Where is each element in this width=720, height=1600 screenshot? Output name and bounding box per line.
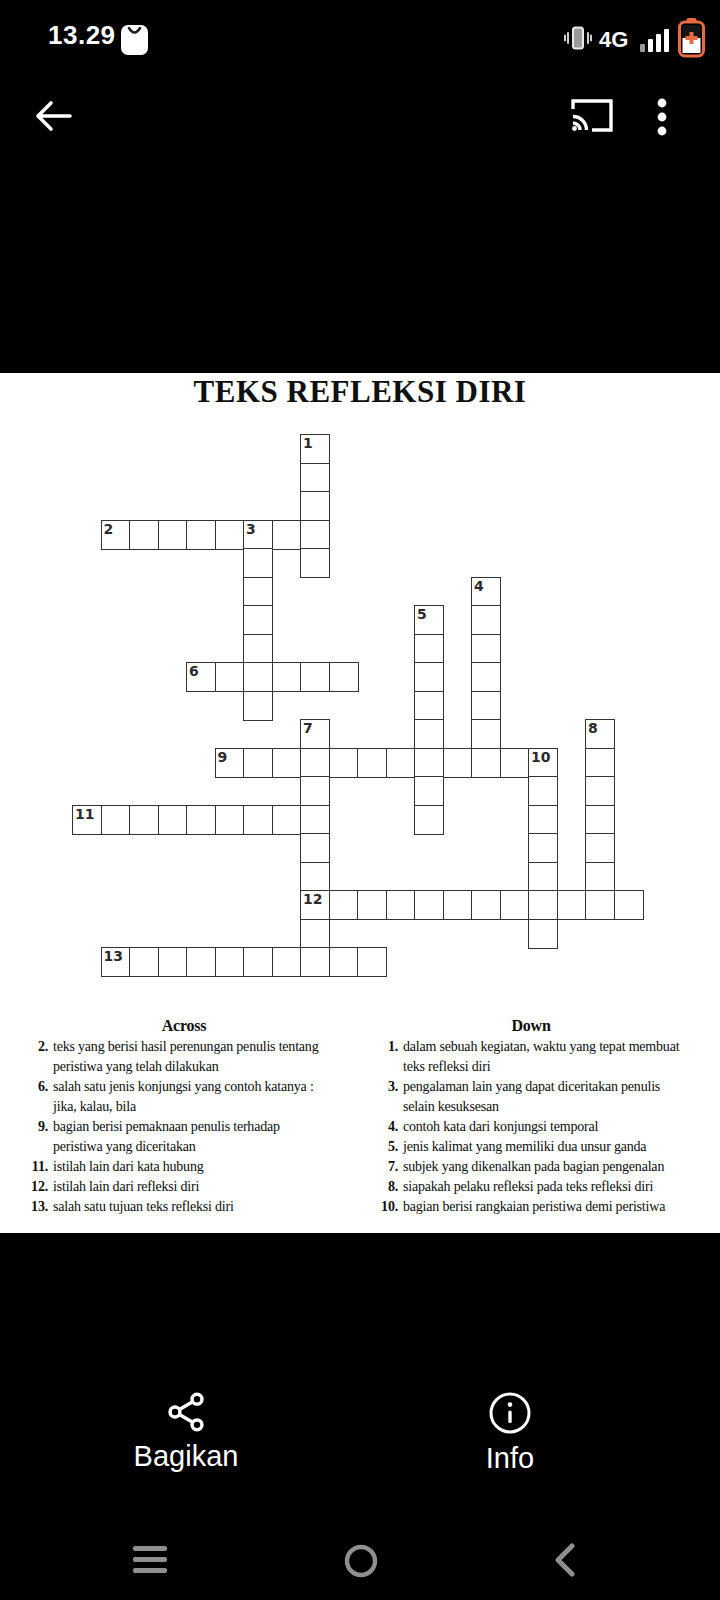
worksheet: TEKS REFLEKSI DIRI 12345678910111213 Acr… — [0, 373, 720, 1233]
grid-cell[interactable] — [272, 947, 302, 977]
clue-number: 2 — [104, 521, 114, 537]
grid-cell[interactable]: 11 — [72, 805, 102, 835]
clue-item-text: pengalaman lain yang dapat diceritakan p… — [403, 1077, 697, 1117]
grid-cell[interactable] — [300, 548, 330, 578]
grid-cell[interactable] — [243, 691, 273, 721]
crossword-grid[interactable]: 12345678910111213 — [72, 434, 650, 982]
clock: 13.29 — [48, 20, 116, 51]
grid-cell[interactable]: 12 — [300, 890, 330, 920]
network-type-label: 4G — [599, 27, 628, 53]
clue-item-text: dalam sebuah kegiatan, waktu yang tepat … — [403, 1037, 697, 1077]
grid-cell[interactable] — [243, 577, 273, 607]
clue-number: 12 — [303, 891, 322, 907]
clue-number: 3 — [246, 521, 256, 537]
grid-cell[interactable] — [243, 548, 273, 578]
grid-cell[interactable] — [585, 862, 615, 892]
grid-cell[interactable] — [585, 805, 615, 835]
share-icon — [164, 1390, 208, 1434]
grid-cell[interactable] — [300, 919, 330, 949]
clue-item-number: 9. — [14, 1117, 53, 1157]
clue-item-number: 12. — [14, 1177, 53, 1197]
grid-cell[interactable] — [528, 890, 558, 920]
info-label: Info — [410, 1442, 610, 1475]
grid-cell[interactable] — [528, 805, 558, 835]
signal-strength-icon — [640, 28, 672, 54]
grid-cell[interactable] — [186, 805, 216, 835]
clue-number: 5 — [417, 606, 427, 622]
grid-cell[interactable] — [272, 748, 302, 778]
clue-item-number: 7. — [365, 1157, 403, 1177]
clue-item-text: bagian berisi pemaknaan penulis terhadap… — [53, 1117, 354, 1157]
grid-cell[interactable] — [357, 748, 387, 778]
back-button[interactable] — [30, 94, 74, 138]
clue-number: 11 — [75, 806, 94, 822]
across-list: 2.teks yang berisi hasil perenungan penu… — [14, 1037, 354, 1217]
down-clues: Down 1.dalam sebuah kegiatan, waktu yang… — [365, 1016, 697, 1217]
share-label: Bagikan — [86, 1440, 286, 1473]
clue-item: 4.contoh kata dari konjungsi temporal — [365, 1117, 697, 1137]
grid-cell[interactable] — [414, 634, 444, 664]
grid-cell[interactable] — [215, 520, 245, 550]
clue-item: 9.bagian berisi pemaknaan penulis terhad… — [14, 1117, 354, 1157]
clue-item-number: 8. — [365, 1177, 403, 1197]
clue-number: 1 — [303, 435, 313, 451]
grid-cell[interactable] — [386, 748, 416, 778]
grid-cell[interactable]: 3 — [243, 520, 273, 550]
grid-cell[interactable] — [158, 947, 188, 977]
grid-cell[interactable]: 7 — [300, 719, 330, 749]
grid-cell[interactable] — [329, 748, 359, 778]
grid-cell[interactable] — [471, 605, 501, 635]
grid-cell[interactable] — [243, 805, 273, 835]
grid-cell[interactable] — [614, 890, 644, 920]
grid-cell[interactable] — [243, 748, 273, 778]
grid-cell[interactable] — [357, 890, 387, 920]
grid-cell[interactable] — [300, 662, 330, 692]
android-nav-bar — [0, 1530, 720, 1594]
overflow-menu-button[interactable] — [646, 94, 678, 140]
screen: 13.29 4G — [0, 0, 720, 1600]
clue-item: 10.bagian berisi rangkaian peristiwa dem… — [365, 1197, 697, 1217]
grid-cell[interactable] — [243, 662, 273, 692]
clue-number: 13 — [104, 948, 123, 964]
clue-item-text: teks yang berisi hasil perenungan penuli… — [53, 1037, 354, 1077]
vibrate-icon — [563, 26, 593, 56]
clue-item-number: 1. — [365, 1037, 403, 1077]
action-bar: Bagikan Info — [0, 1390, 720, 1520]
grid-cell[interactable] — [443, 748, 473, 778]
grid-cell[interactable] — [129, 947, 159, 977]
grid-cell[interactable] — [329, 662, 359, 692]
grid-cell[interactable] — [300, 947, 330, 977]
grid-cell[interactable] — [414, 748, 444, 778]
clue-item-text: bagian berisi rangkaian peristiwa demi p… — [403, 1197, 697, 1217]
clue-item: 1.dalam sebuah kegiatan, waktu yang tepa… — [365, 1037, 697, 1077]
grid-cell[interactable] — [471, 719, 501, 749]
clue-item-number: 2. — [14, 1037, 53, 1077]
clue-item-number: 4. — [365, 1117, 403, 1137]
app-toolbar — [0, 88, 720, 148]
grid-cell[interactable] — [528, 919, 558, 949]
grid-cell[interactable] — [186, 947, 216, 977]
grid-cell[interactable]: 1 — [300, 434, 330, 464]
grid-cell[interactable] — [414, 776, 444, 806]
grid-cell[interactable] — [300, 805, 330, 835]
down-list: 1.dalam sebuah kegiatan, waktu yang tepa… — [365, 1037, 697, 1217]
grid-cell[interactable] — [557, 890, 587, 920]
grid-cell[interactable] — [528, 833, 558, 863]
grid-cell[interactable] — [414, 719, 444, 749]
grid-cell[interactable] — [215, 805, 245, 835]
grid-cell[interactable] — [215, 947, 245, 977]
grid-cell[interactable] — [585, 776, 615, 806]
clue-item: 7.subjek yang dikenalkan pada bagian pen… — [365, 1157, 697, 1177]
grid-cell[interactable] — [243, 634, 273, 664]
nav-back-button[interactable] — [548, 1543, 582, 1581]
grid-cell[interactable] — [500, 890, 530, 920]
clue-item-number: 10. — [365, 1197, 403, 1217]
grid-cell[interactable]: 8 — [585, 719, 615, 749]
grid-cell[interactable] — [300, 463, 330, 493]
grid-cell[interactable]: 9 — [215, 748, 245, 778]
info-button[interactable]: Info — [410, 1390, 610, 1475]
clue-item-number: 3. — [365, 1077, 403, 1117]
grid-cell[interactable] — [129, 805, 159, 835]
grid-cell[interactable] — [272, 805, 302, 835]
shopping-bag-notification-icon — [121, 25, 148, 55]
grid-cell[interactable] — [471, 748, 501, 778]
across-clues: Across 2.teks yang berisi hasil perenung… — [14, 1016, 354, 1217]
grid-cell[interactable] — [300, 748, 330, 778]
clue-item: 13.salah satu tujuan teks refleksi diri — [14, 1197, 354, 1217]
grid-cell[interactable] — [272, 662, 302, 692]
grid-cell[interactable] — [243, 947, 273, 977]
grid-cell[interactable] — [414, 691, 444, 721]
grid-cell[interactable] — [158, 805, 188, 835]
grid-cell[interactable] — [471, 634, 501, 664]
clue-number: 6 — [189, 663, 199, 679]
clue-item-text: siapakah pelaku refleksi pada teks refle… — [403, 1177, 697, 1197]
grid-cell[interactable] — [414, 890, 444, 920]
clue-number: 9 — [218, 749, 228, 765]
grid-cell[interactable] — [357, 947, 387, 977]
clue-item: 5.jenis kalimat yang memiliki dua unsur … — [365, 1137, 697, 1157]
clue-number: 7 — [303, 720, 313, 736]
cast-button[interactable] — [570, 97, 614, 137]
clue-number: 4 — [474, 578, 484, 594]
puzzle-title: TEKS REFLEKSI DIRI — [0, 374, 720, 410]
grid-cell[interactable] — [186, 520, 216, 550]
grid-cell[interactable] — [300, 776, 330, 806]
grid-cell[interactable] — [101, 805, 131, 835]
grid-cell[interactable]: 10 — [528, 748, 558, 778]
clue-item-text: subjek yang dikenalkan pada bagian penge… — [403, 1157, 697, 1177]
clue-item-text: salah satu jenis konjungsi yang contoh k… — [53, 1077, 354, 1117]
grid-cell[interactable] — [272, 520, 302, 550]
clue-item: 3.pengalaman lain yang dapat diceritakan… — [365, 1077, 697, 1117]
grid-cell[interactable] — [471, 662, 501, 692]
status-bar: 13.29 4G — [0, 0, 720, 58]
down-header: Down — [365, 1016, 697, 1036]
grid-cell[interactable] — [500, 748, 530, 778]
grid-cell[interactable] — [386, 890, 416, 920]
grid-cell[interactable]: 4 — [471, 577, 501, 607]
nav-home-button[interactable] — [343, 1543, 379, 1583]
share-button[interactable]: Bagikan — [86, 1390, 286, 1473]
clue-item-text: salah satu tujuan teks refleksi diri — [53, 1197, 354, 1217]
clue-number: 8 — [588, 720, 598, 736]
clue-item-number: 13. — [14, 1197, 53, 1217]
grid-cell[interactable] — [329, 947, 359, 977]
grid-cell[interactable] — [585, 890, 615, 920]
grid-cell[interactable]: 5 — [414, 605, 444, 635]
grid-cell[interactable] — [585, 833, 615, 863]
clue-item-number: 6. — [14, 1077, 53, 1117]
info-icon — [487, 1390, 533, 1436]
grid-cell[interactable] — [414, 805, 444, 835]
grid-cell[interactable] — [471, 890, 501, 920]
grid-cell[interactable]: 13 — [101, 947, 131, 977]
clue-item-text: contoh kata dari konjungsi temporal — [403, 1117, 697, 1137]
clue-item-text: jenis kalimat yang memiliki dua unsur ga… — [403, 1137, 697, 1157]
clue-item-number: 11. — [14, 1157, 53, 1177]
grid-cell[interactable] — [158, 520, 188, 550]
grid-cell[interactable] — [471, 691, 501, 721]
grid-cell[interactable]: 2 — [101, 520, 131, 550]
clue-item-text: istilah lain dari kata hubung — [53, 1157, 354, 1177]
battery-charging-icon — [678, 18, 705, 62]
nav-menu-button[interactable] — [133, 1546, 167, 1574]
grid-cell[interactable] — [129, 520, 159, 550]
grid-cell[interactable] — [528, 862, 558, 892]
grid-cell[interactable] — [443, 890, 473, 920]
clue-number: 10 — [531, 749, 550, 765]
grid-cell[interactable] — [300, 862, 330, 892]
grid-cell[interactable] — [215, 662, 245, 692]
grid-cell[interactable] — [585, 748, 615, 778]
clue-item: 6.salah satu jenis konjungsi yang contoh… — [14, 1077, 354, 1117]
grid-cell[interactable] — [414, 662, 444, 692]
grid-cell[interactable] — [300, 520, 330, 550]
clue-item-number: 5. — [365, 1137, 403, 1157]
clue-item: 12.istilah lain dari refleksi diri — [14, 1177, 354, 1197]
across-header: Across — [14, 1016, 354, 1036]
grid-cell[interactable] — [300, 491, 330, 521]
clue-item: 8.siapakah pelaku refleksi pada teks ref… — [365, 1177, 697, 1197]
clue-item: 11.istilah lain dari kata hubung — [14, 1157, 354, 1177]
grid-cell[interactable] — [300, 833, 330, 863]
grid-cell[interactable] — [528, 776, 558, 806]
clue-item-text: istilah lain dari refleksi diri — [53, 1177, 354, 1197]
grid-cell[interactable] — [243, 605, 273, 635]
clue-item: 2.teks yang berisi hasil perenungan penu… — [14, 1037, 354, 1077]
grid-cell[interactable] — [329, 890, 359, 920]
grid-cell[interactable]: 6 — [186, 662, 216, 692]
